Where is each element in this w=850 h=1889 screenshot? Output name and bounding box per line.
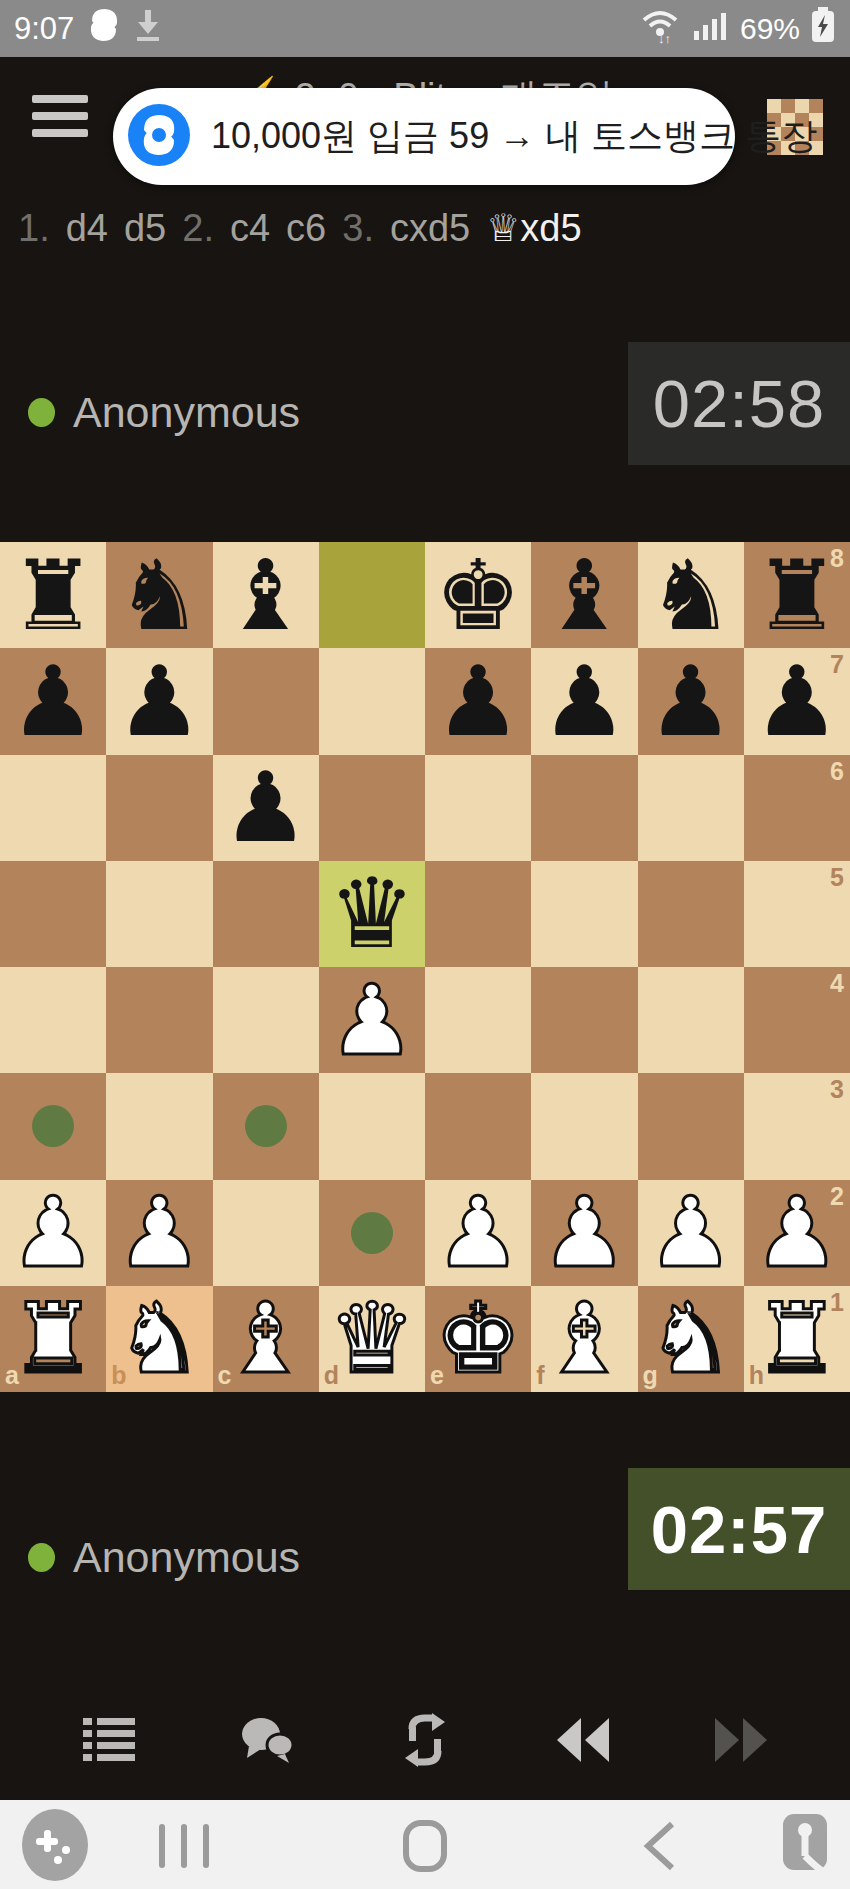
black-bishop-f8[interactable]: ♝ [531, 542, 637, 648]
move[interactable]: cxd5 [390, 207, 470, 250]
status-bar: 9:07 ↓↑ [0, 0, 850, 57]
square-d3[interactable] [319, 1073, 425, 1179]
move-hint-dot-d2[interactable] [351, 1212, 393, 1254]
black-queen-d5[interactable]: ♛ [319, 861, 425, 967]
move[interactable]: d4 [66, 207, 108, 250]
status-time: 9:07 [14, 11, 74, 47]
file-label-d: d [324, 1361, 339, 1390]
rank-label-5: 5 [830, 863, 844, 892]
square-e7[interactable]: ♟ [425, 648, 531, 754]
wifi-icon: ↓↑ [640, 6, 684, 51]
square-d1[interactable]: ♛d [319, 1286, 425, 1392]
square-c4[interactable] [213, 967, 319, 1073]
clock-bottom: 02:57 [628, 1468, 850, 1590]
file-label-g: g [643, 1361, 658, 1390]
square-f5[interactable] [531, 861, 637, 967]
square-f8[interactable]: ♝ [531, 542, 637, 648]
thumb-square [795, 99, 809, 113]
forward-button[interactable] [709, 1708, 773, 1772]
square-h3[interactable]: 3 [744, 1073, 850, 1179]
square-g7[interactable]: ♟ [638, 648, 744, 754]
square-e3[interactable] [425, 1073, 531, 1179]
online-indicator [28, 1543, 55, 1572]
square-c2[interactable] [213, 1180, 319, 1286]
black-rook-a8[interactable]: ♜ [0, 542, 106, 648]
square-g2[interactable]: ♟ [638, 1180, 744, 1286]
white-pawn-e2[interactable]: ♟ [425, 1180, 531, 1286]
move-number: 1. [18, 207, 50, 250]
toss-notification-icon [84, 5, 124, 52]
bank-notification-toast[interactable]: 10,000원 입금 59 → 내 토스뱅크 통장 [113, 88, 735, 185]
thumb-square [809, 99, 823, 113]
square-h5[interactable]: 5 [744, 861, 850, 967]
white-pawn-g2[interactable]: ♟ [638, 1180, 744, 1286]
file-label-e: e [430, 1361, 444, 1390]
square-c6[interactable]: ♟ [213, 755, 319, 861]
square-d8[interactable] [319, 542, 425, 648]
square-e8[interactable]: ♚ [425, 542, 531, 648]
move[interactable]: c4 [230, 207, 270, 250]
move-list-button[interactable] [77, 1708, 141, 1772]
move-number: 3. [342, 207, 374, 250]
back-button[interactable] [640, 1820, 680, 1872]
square-e5[interactable] [425, 861, 531, 967]
game-toolbar [0, 1695, 850, 1785]
rank-label-1: 1 [830, 1288, 844, 1317]
square-f3[interactable] [531, 1073, 637, 1179]
black-pawn-f7[interactable]: ♟ [531, 648, 637, 754]
move-hint-dot-a3[interactable] [32, 1105, 74, 1147]
square-h8[interactable]: ♜8 [744, 542, 850, 648]
rank-label-2: 2 [830, 1182, 844, 1211]
battery-percent: 69% [740, 12, 800, 46]
square-h6[interactable]: 6 [744, 755, 850, 861]
menu-button[interactable] [32, 95, 88, 146]
square-e4[interactable] [425, 967, 531, 1073]
move[interactable]: ♕xd5 [486, 206, 581, 250]
square-b1[interactable]: ♞b [106, 1286, 212, 1392]
file-label-h: h [749, 1361, 764, 1390]
home-button[interactable] [400, 1820, 452, 1872]
square-b4[interactable] [106, 967, 212, 1073]
black-king-e8[interactable]: ♚ [425, 542, 531, 648]
black-pawn-c6[interactable]: ♟ [213, 755, 319, 861]
file-label-f: f [536, 1361, 544, 1390]
square-b2[interactable]: ♟ [106, 1180, 212, 1286]
toss-app-icon [127, 103, 191, 171]
square-b8[interactable]: ♞ [106, 542, 212, 648]
square-h2[interactable]: ♟2 [744, 1180, 850, 1286]
square-g4[interactable] [638, 967, 744, 1073]
square-f4[interactable] [531, 967, 637, 1073]
square-d2[interactable] [319, 1180, 425, 1286]
square-g8[interactable]: ♞ [638, 542, 744, 648]
rank-label-3: 3 [830, 1075, 844, 1104]
chess-board[interactable]: ♜♞♝♚♝♞♜8♟♟♟♟♟♟7♟6♛5♟43♟♟♟♟♟♟2♜a♞b♝c♛d♚e♝… [0, 542, 850, 1392]
square-b3[interactable] [106, 1073, 212, 1179]
square-b7[interactable]: ♟ [106, 648, 212, 754]
svg-text:↓↑: ↓↑ [658, 31, 671, 44]
move[interactable]: d5 [124, 207, 166, 250]
file-label-b: b [111, 1361, 126, 1390]
black-pawn-g7[interactable]: ♟ [638, 648, 744, 754]
square-h7[interactable]: ♟7 [744, 648, 850, 754]
square-f2[interactable]: ♟ [531, 1180, 637, 1286]
square-h4[interactable]: 4 [744, 967, 850, 1073]
game-launcher-button[interactable] [18, 1808, 92, 1882]
square-a8[interactable]: ♜ [0, 542, 106, 648]
white-bishop-f1[interactable]: ♝ [531, 1286, 637, 1392]
white-pawn-d4[interactable]: ♟ [319, 967, 425, 1073]
square-d7[interactable] [319, 648, 425, 754]
white-pawn-a2[interactable]: ♟ [0, 1180, 106, 1286]
flip-board-button[interactable] [393, 1708, 457, 1772]
move-hint-dot-c3[interactable] [245, 1105, 287, 1147]
square-c8[interactable]: ♝ [213, 542, 319, 648]
battery-charging-icon [810, 6, 836, 51]
android-nav-bar [0, 1800, 850, 1889]
signal-icon [694, 9, 730, 48]
rank-label-8: 8 [830, 544, 844, 573]
black-knight-b8[interactable]: ♞ [106, 542, 212, 648]
square-a3[interactable] [0, 1073, 106, 1179]
black-pawn-a7[interactable]: ♟ [0, 648, 106, 754]
recent-apps-button[interactable] [155, 1822, 217, 1870]
square-f1[interactable]: ♝f [531, 1286, 637, 1392]
file-label-a: a [5, 1361, 19, 1390]
square-c5[interactable] [213, 861, 319, 967]
chat-button[interactable] [235, 1708, 299, 1772]
square-a5[interactable] [0, 861, 106, 967]
square-f6[interactable] [531, 755, 637, 861]
rewind-button[interactable] [551, 1708, 615, 1772]
square-c1[interactable]: ♝c [213, 1286, 319, 1392]
square-f7[interactable]: ♟ [531, 648, 637, 754]
square-b5[interactable] [106, 861, 212, 967]
square-a6[interactable] [0, 755, 106, 861]
black-bishop-c8[interactable]: ♝ [213, 542, 319, 648]
white-pawn-f2[interactable]: ♟ [531, 1180, 637, 1286]
file-label-c: c [218, 1361, 232, 1390]
square-e2[interactable]: ♟ [425, 1180, 531, 1286]
player-top-name: Anonymous [73, 388, 300, 437]
download-icon [134, 8, 162, 49]
thumb-square [781, 99, 795, 113]
square-c3[interactable] [213, 1073, 319, 1179]
square-b6[interactable] [106, 755, 212, 861]
black-pawn-b7[interactable]: ♟ [106, 648, 212, 754]
player-top: Anonymous [28, 388, 300, 437]
square-e1[interactable]: ♚e [425, 1286, 531, 1392]
move[interactable]: c6 [286, 207, 326, 250]
square-d5[interactable]: ♛ [319, 861, 425, 967]
square-e6[interactable] [425, 755, 531, 861]
square-g6[interactable] [638, 755, 744, 861]
square-a2[interactable]: ♟ [0, 1180, 106, 1286]
square-h1[interactable]: ♜h1 [744, 1286, 850, 1392]
player-bottom: Anonymous [28, 1533, 300, 1582]
square-d6[interactable] [319, 755, 425, 861]
clock-top: 02:58 [628, 342, 850, 465]
square-a7[interactable]: ♟ [0, 648, 106, 754]
square-g1[interactable]: ♞g [638, 1286, 744, 1392]
white-pawn-b2[interactable]: ♟ [106, 1180, 212, 1286]
black-knight-g8[interactable]: ♞ [638, 542, 744, 648]
square-g5[interactable] [638, 861, 744, 967]
online-indicator [28, 398, 55, 427]
move-list[interactable]: 1.d4d52.c4c63.cxd5♕xd5 [18, 206, 838, 250]
black-pawn-e7[interactable]: ♟ [425, 648, 531, 754]
rank-label-6: 6 [830, 757, 844, 786]
square-c7[interactable] [213, 648, 319, 754]
square-g3[interactable] [638, 1073, 744, 1179]
square-a4[interactable] [0, 967, 106, 1073]
rank-label-7: 7 [830, 650, 844, 679]
move-number: 2. [182, 207, 214, 250]
square-a1[interactable]: ♜a [0, 1286, 106, 1392]
thumb-square [767, 99, 781, 113]
touch-control-button[interactable] [775, 1812, 837, 1878]
toast-text: 10,000원 입금 59 → 내 토스뱅크 통장 [211, 112, 817, 161]
square-d4[interactable]: ♟ [319, 967, 425, 1073]
player-bottom-name: Anonymous [73, 1533, 300, 1582]
rank-label-4: 4 [830, 969, 844, 998]
